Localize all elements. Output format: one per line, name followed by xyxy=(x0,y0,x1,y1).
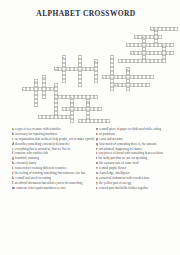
clue-letter: f xyxy=(12,151,13,155)
crossword-cell[interactable] xyxy=(170,51,174,55)
crossword-cell[interactable] xyxy=(30,87,34,91)
page-title: ALPHABET CROSSWORD xyxy=(0,9,172,18)
clue-letter: g xyxy=(12,156,14,160)
clue-text: the savoury taste of some food xyxy=(99,161,138,165)
crossword-cell[interactable] xyxy=(98,107,102,111)
clue-letter: a xyxy=(12,127,14,131)
crossword-cell[interactable] xyxy=(150,75,154,79)
crossword-cell[interactable] xyxy=(174,27,178,31)
cell-clue-letter: p xyxy=(103,75,104,78)
cell-clue-letter: u xyxy=(55,95,56,98)
clue-letter: d xyxy=(12,142,14,146)
cell-clue-letter: y xyxy=(39,115,40,118)
cell-clue-letter: d xyxy=(143,35,144,38)
clue-text: extremely funny xyxy=(15,161,36,165)
clue-text: two pieces of bread with something betwe… xyxy=(99,151,163,155)
cell-clue-letter: m xyxy=(55,67,57,70)
clue-letter: t xyxy=(96,156,97,160)
clue-letter: q xyxy=(96,142,98,146)
cell-clue-letter: s xyxy=(115,83,116,86)
clue-text: a type of sea creature with tentacles xyxy=(15,127,61,131)
crossword-cell[interactable] xyxy=(110,87,114,91)
clue-letter: n xyxy=(96,127,98,131)
crossword-cell[interactable] xyxy=(70,119,74,123)
clue-item: za metal part that holds clothes togethe… xyxy=(96,186,178,191)
crossword-cell[interactable] xyxy=(138,51,142,55)
clue-letter: h xyxy=(12,161,14,165)
crossword-cell[interactable] xyxy=(126,87,130,91)
clue-letter: c xyxy=(12,137,13,141)
cell-clue-letter: o xyxy=(43,75,44,78)
cell-clue-letter: n xyxy=(127,67,128,70)
crossword-grid[interactable]: abcdefghijklmnopqrustvwxyz xyxy=(22,27,178,123)
clue-text: an official document that allows you to … xyxy=(14,181,82,185)
crossword-cell[interactable] xyxy=(106,119,110,123)
clue-letter: k xyxy=(12,176,14,180)
clue-letter: o xyxy=(96,132,98,136)
crossword-cell[interactable] xyxy=(122,75,126,79)
clue-item: msomeone who repairs machines or cars xyxy=(12,186,96,191)
cell-clue-letter: g xyxy=(131,51,132,54)
crossword-cell[interactable] xyxy=(170,43,174,47)
cell-clue-letter: z xyxy=(79,119,80,122)
clue-text: describes something extremely destructiv… xyxy=(15,142,69,146)
crossword-grid-cells[interactable]: abcdefghijklmnopqrustvwxyz xyxy=(22,27,178,123)
crossword-cell[interactable] xyxy=(150,35,154,39)
crossword-cell[interactable] xyxy=(138,43,142,47)
clue-text: exact and accurate xyxy=(99,137,123,141)
clue-text: someone who catches fish xyxy=(15,151,48,155)
crossword-cell[interactable] xyxy=(38,87,42,91)
crossword-cell[interactable] xyxy=(62,79,66,83)
clue-letter: r xyxy=(96,147,97,151)
clue-text: how much of something there is, the amou… xyxy=(99,142,156,146)
cell-clue-letter: x xyxy=(63,107,64,110)
crossword-cell[interactable] xyxy=(82,107,86,111)
clue-text: connected or crossing different countrie… xyxy=(14,166,66,170)
crossword-cell[interactable] xyxy=(94,79,98,83)
clue-text: someone who repairs machines or cars xyxy=(16,186,65,190)
clue-text: no problems xyxy=(99,132,115,136)
cell-clue-letter: k xyxy=(95,59,96,62)
cell-clue-letter: r xyxy=(55,83,56,86)
clue-letter: u xyxy=(96,161,98,165)
clue-text: not planned, happening by chance xyxy=(99,147,142,151)
clue-letter: l xyxy=(12,181,13,185)
clue-letter: b xyxy=(12,132,14,136)
clue-text: a small purple flower xyxy=(99,166,126,170)
crossword-cell[interactable] xyxy=(158,51,162,55)
crossword-cell[interactable] xyxy=(82,119,86,123)
crossword-cell[interactable] xyxy=(138,59,142,63)
crossword-cell[interactable] xyxy=(34,103,38,107)
clue-letter: v xyxy=(96,166,98,170)
cell-clue-letter: h xyxy=(63,55,64,58)
cell-clue-letter: b xyxy=(155,27,156,30)
crossword-cell[interactable] xyxy=(42,95,46,99)
clue-letter: p xyxy=(96,137,98,141)
clue-text: necessary for repairing machines xyxy=(15,132,57,136)
clue-text: a small piece of paper or cloth used whi… xyxy=(99,127,161,131)
cell-clue-letter: f xyxy=(163,43,164,46)
crossword-cell[interactable] xyxy=(58,67,62,71)
clue-text: a small tool used for cutting xyxy=(15,176,51,180)
cell-clue-letter: t xyxy=(23,87,24,90)
cell-clue-letter: e xyxy=(127,43,128,46)
crossword-cell[interactable] xyxy=(158,59,162,63)
cell-clue-letter: c xyxy=(135,35,136,38)
clue-list-left: aa type of sea creature with tentaclesbn… xyxy=(12,127,96,191)
clue-text: a musical instrument with wooden bars xyxy=(99,176,149,180)
clue-text: knowledge, intelligence xyxy=(100,171,130,175)
cell-clue-letter: j xyxy=(111,55,112,58)
clue-letter: w xyxy=(96,171,98,175)
cell-clue-letter: i xyxy=(79,55,80,58)
crossword-cell[interactable] xyxy=(162,59,166,63)
clue-letter: z xyxy=(96,186,97,190)
cell-clue-letter: a xyxy=(151,27,152,30)
crossword-cell[interactable] xyxy=(50,87,54,91)
clue-letter: s xyxy=(96,151,97,155)
crossword-cell[interactable] xyxy=(78,83,82,87)
clue-list-right: na small piece of paper or cloth used wh… xyxy=(96,127,178,191)
crossword-cell[interactable] xyxy=(66,107,70,111)
clue-text: the body part that we use for speaking xyxy=(99,156,148,160)
crossword-cell[interactable] xyxy=(158,35,162,39)
cell-clue-letter: v xyxy=(71,95,72,98)
clue-text: beautiful, stunning xyxy=(15,156,39,160)
crossword-cell[interactable] xyxy=(90,67,94,71)
crossword-cell[interactable] xyxy=(94,95,98,99)
clue-letter: y xyxy=(96,181,98,185)
clue-letter: i xyxy=(12,166,13,170)
crossword-cell[interactable] xyxy=(66,115,70,119)
cell-clue-letter: q xyxy=(35,79,36,82)
cell-clue-letter: l xyxy=(119,59,120,62)
clue-text: the feeling of wanting something that so… xyxy=(15,171,86,175)
clue-letter: m xyxy=(12,186,15,190)
cell-clue-letter: w xyxy=(87,99,89,102)
clue-text: everything that is around us, that we li… xyxy=(15,147,70,151)
clue-text: an organisation that works to help peopl… xyxy=(15,137,94,141)
clue-text: a metal part that holds clothes together xyxy=(99,186,148,190)
clue-letter: j xyxy=(12,171,13,175)
crossword-cell[interactable] xyxy=(122,83,126,87)
crossword-cell[interactable] xyxy=(106,75,110,79)
crossword-cell[interactable] xyxy=(74,67,78,71)
clue-text: the yellow part of an egg xyxy=(99,181,131,185)
clue-letter: x xyxy=(96,176,98,180)
clue-letter: e xyxy=(12,147,13,151)
crossword-cell[interactable] xyxy=(146,83,150,87)
